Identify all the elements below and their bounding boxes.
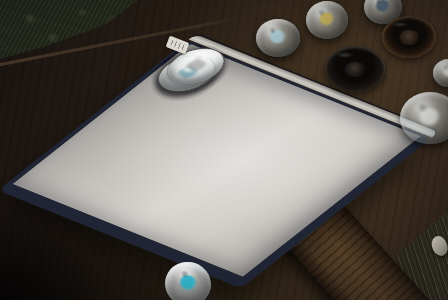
price-tag bbox=[166, 36, 190, 55]
loose-paperweight-yellow[interactable] bbox=[306, 1, 348, 39]
loose-paperweight-clear[interactable] bbox=[433, 59, 448, 87]
flower-inclusion bbox=[375, 0, 390, 12]
flower-inclusion bbox=[319, 12, 336, 26]
flower-inclusion bbox=[443, 67, 448, 77]
vegetation-corner bbox=[0, 0, 150, 62]
ceramic-bowl-brown[interactable] bbox=[382, 16, 436, 58]
ceramic-bowl-black[interactable] bbox=[325, 46, 385, 92]
loose-paperweight-pale_blue[interactable] bbox=[256, 19, 300, 57]
flower-inclusion bbox=[269, 30, 287, 44]
flower-inclusion bbox=[182, 57, 212, 74]
flower-inclusion bbox=[177, 273, 199, 294]
photo-scene bbox=[0, 0, 448, 300]
flower-inclusion bbox=[418, 108, 442, 127]
